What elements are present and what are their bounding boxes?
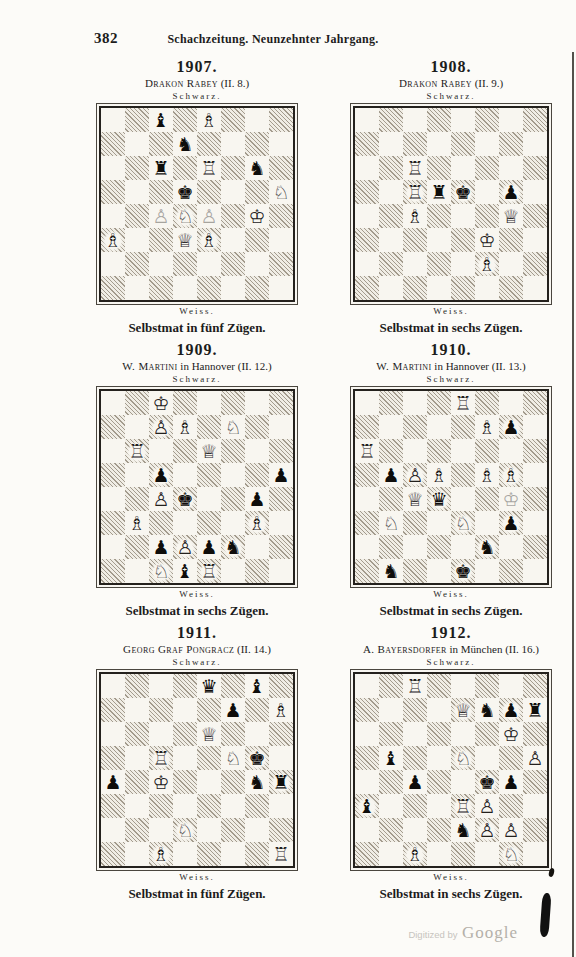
board-square [427,228,451,252]
board-square [427,559,451,583]
board-square [475,559,499,583]
board-square [523,252,547,276]
problem-number: 1908. [431,58,472,76]
board-square [403,252,427,276]
board-square [427,674,451,698]
board-square [101,794,125,818]
white-rook-piece: ♖ [451,391,475,415]
board-square [451,722,475,746]
board-square [403,511,427,535]
board-square [355,487,379,511]
white-side-label: Weiss. [433,872,469,883]
board-square: ♖ [355,439,379,463]
white-queen-piece: ♕ [451,698,475,722]
board-square [427,818,451,842]
board-square: ♕ [403,487,427,511]
board-square [523,818,547,842]
black-side-label: Schwarz. [426,91,475,102]
board-square: ♟ [379,463,403,487]
board-square [403,415,427,439]
board-square [403,746,427,770]
author-rest: in Hannover (II. 12.) [180,360,271,372]
board-square: ♖ [197,559,221,583]
board-square: ♔ [149,391,173,415]
black-knight-piece: ♞ [451,818,475,842]
board-square [245,818,269,842]
white-side-label: Weiss. [433,306,469,317]
board-square [427,391,451,415]
black-pawn-piece: ♟ [245,487,269,511]
board-square: ♘ [221,415,245,439]
scanned-page: 382 Schachzeitung. Neunzehnter Jahrgang.… [0,0,576,957]
board-square: ♗ [475,463,499,487]
scan-edge-artifact [572,52,574,957]
board-square [523,228,547,252]
board-square: ♗ [245,511,269,535]
white-pawn-piece: ♙ [149,415,173,439]
board-square [125,276,149,300]
problem-1910: 1910. W. Martini in Hannover (II. 13.) S… [342,341,560,620]
board-square [403,559,427,583]
ink-streak-artifact [539,893,551,938]
white-rook-piece: ♖ [403,674,427,698]
board-square: ♛ [197,674,221,698]
board-square [379,698,403,722]
board-square: ♘ [451,511,475,535]
board-square [173,252,197,276]
board-square [221,770,245,794]
board-square [475,674,499,698]
board-square: ♗ [101,228,125,252]
board-square [475,108,499,132]
chess-board-frame: ♝♗♞♜♖♞♚♘♙♘♙♔♗♕♗ [96,103,298,305]
board-square: ♗ [197,108,221,132]
board-square [221,818,245,842]
board-square [355,842,379,866]
black-pawn-piece: ♟ [149,535,173,559]
page-title: Schachzeitung. Neunzehnter Jahrgang. [0,32,546,47]
board-square [101,535,125,559]
white-knight-piece: ♘ [499,842,523,866]
board-square [125,842,149,866]
white-side-label: Weiss. [433,589,469,600]
board-square [379,487,403,511]
board-square: ♙ [197,204,221,228]
white-bishop-piece: ♗ [403,842,427,866]
board-square [427,108,451,132]
black-bishop-piece: ♝ [149,108,173,132]
chess-board: ♛♝♟♗♕♖♘♚♟♔♞♜♘♗♖ [99,672,295,868]
chess-board-frame: ♔♙♗♘♖♕♟♟♙♚♟♗♗♟♙♟♞♘♝♖ [96,386,298,588]
board-square: ♟ [197,535,221,559]
board-square [355,252,379,276]
board-square [269,487,293,511]
board-square: ♗ [149,842,173,866]
board-square [101,132,125,156]
board-square: ♚ [173,487,197,511]
problems-grid: 1907. Drakon Rabey (II. 8.) Schwarz. ♝♗♞… [88,58,540,903]
board-square [221,842,245,866]
board-square [427,842,451,866]
board-square [499,746,523,770]
board-square [355,415,379,439]
board-square [101,391,125,415]
board-square [427,722,451,746]
board-square [451,487,475,511]
board-square: ♙ [523,746,547,770]
board-square: ♘ [451,746,475,770]
board-square: ♘ [173,204,197,228]
board-square [149,276,173,300]
board-square [499,108,523,132]
black-bishop-piece: ♝ [245,674,269,698]
white-pawn-piece: ♙ [149,204,173,228]
board-square: ♕ [197,722,221,746]
black-side-label: Schwarz. [426,657,475,668]
black-knight-piece: ♞ [475,698,499,722]
board-square [379,252,403,276]
board-square [101,511,125,535]
board-square [523,559,547,583]
board-square [197,276,221,300]
board-square [245,108,269,132]
board-square [125,132,149,156]
board-square [221,463,245,487]
board-square [451,132,475,156]
white-side-label: Weiss. [179,872,215,883]
board-square [197,511,221,535]
board-square [451,463,475,487]
author-name: W. Martini [376,360,431,372]
chess-board-frame: ♛♝♟♗♕♖♘♚♟♔♞♜♘♗♖ [96,669,298,871]
board-square [523,487,547,511]
board-square [269,204,293,228]
board-square [523,722,547,746]
board-square [355,228,379,252]
board-square [451,108,475,132]
board-square [355,746,379,770]
board-square [379,722,403,746]
board-square [173,463,197,487]
board-square [173,794,197,818]
author-name: A. Bayersdorfer [363,643,447,655]
white-pawn-piece: ♙ [499,818,523,842]
board-square [245,722,269,746]
board-square [149,439,173,463]
white-knight-piece: ♘ [379,511,403,535]
board-square [355,391,379,415]
board-square: ♔ [245,204,269,228]
board-square [125,674,149,698]
black-pawn-piece: ♟ [149,463,173,487]
board-square: ♝ [379,746,403,770]
board-square [427,698,451,722]
board-square [221,439,245,463]
board-square: ♖ [403,674,427,698]
board-square [221,276,245,300]
board-square: ♜ [427,180,451,204]
board-square [475,180,499,204]
white-queen-piece: ♕ [499,204,523,228]
board-square [355,674,379,698]
board-square [221,511,245,535]
board-square [403,698,427,722]
board-square [355,770,379,794]
board-square: ♖ [149,746,173,770]
board-square [451,252,475,276]
board-square: ♜ [269,770,293,794]
board-square [403,818,427,842]
white-bishop-piece: ♗ [475,252,499,276]
board-square [355,722,379,746]
board-square [451,535,475,559]
white-bishop-piece: ♗ [269,698,293,722]
board-square: ♟ [499,180,523,204]
board-square [197,132,221,156]
board-square [173,439,197,463]
board-square [523,391,547,415]
board-square [245,842,269,866]
board-square [173,276,197,300]
board-square [269,108,293,132]
board-square [149,698,173,722]
board-square [427,132,451,156]
chess-board-frame: ♖♖♜♚♟♗♕♔♗ [350,103,552,305]
board-square [379,794,403,818]
board-square [197,818,221,842]
board-square [379,674,403,698]
board-square [149,511,173,535]
watermark-prefix: Digitized by [408,929,457,940]
white-rook-piece: ♖ [403,156,427,180]
board-square [173,108,197,132]
board-square [125,391,149,415]
board-square [475,722,499,746]
board-square [125,487,149,511]
board-square [197,698,221,722]
chess-board: ♖♗♟♖♟♙♗♗♗♕♛♔♘♘♟♞♞♚ [353,389,549,585]
white-bishop-piece: ♗ [475,415,499,439]
board-square: ♕ [451,698,475,722]
black-pawn-piece: ♟ [197,535,221,559]
white-bishop-piece: ♗ [499,463,523,487]
board-square [355,132,379,156]
board-square [173,698,197,722]
board-square [379,156,403,180]
board-square [245,559,269,583]
board-square [221,559,245,583]
black-rook-piece: ♜ [427,180,451,204]
board-square [245,463,269,487]
board-square [403,132,427,156]
board-square: ♔ [475,228,499,252]
board-square [125,180,149,204]
white-bishop-piece: ♗ [475,463,499,487]
google-logo: Google [462,923,518,942]
board-square [523,674,547,698]
board-square: ♞ [475,698,499,722]
problem-author: A. Bayersdorfer in München (II. 16.) [363,642,539,657]
board-square: ♟ [403,770,427,794]
board-square [101,698,125,722]
board-square: ♗ [475,415,499,439]
board-square [451,439,475,463]
black-pawn-piece: ♟ [221,698,245,722]
board-square [173,156,197,180]
board-square [101,722,125,746]
white-knight-piece: ♘ [269,180,293,204]
board-square: ♗ [173,415,197,439]
black-bishop-piece: ♝ [355,794,379,818]
board-square [125,698,149,722]
board-square: ♙ [149,204,173,228]
author-rest: (II. 8.) [221,77,249,89]
board-square: ♘ [379,511,403,535]
white-knight-piece: ♘ [221,415,245,439]
white-bishop-piece: ♗ [427,463,451,487]
board-square [101,415,125,439]
board-square [355,108,379,132]
board-square [125,204,149,228]
board-square: ♖ [125,439,149,463]
problem-number: 1911. [177,624,217,642]
board-square [403,391,427,415]
board-square [427,746,451,770]
board-square [149,794,173,818]
board-square [269,391,293,415]
problem-1911: 1911. Georg Graf Pongracz (II. 14.) Schw… [88,624,306,903]
white-knight-piece: ♘ [173,818,197,842]
board-square: ♖ [269,842,293,866]
board-square: ♗ [197,228,221,252]
board-square [197,746,221,770]
board-square [427,794,451,818]
white-king-piece: ♔ [499,487,523,511]
board-square [403,439,427,463]
white-bishop-piece: ♗ [125,511,149,535]
board-square [451,156,475,180]
board-square [125,463,149,487]
board-square: ♙ [475,794,499,818]
board-square [173,842,197,866]
board-square [355,156,379,180]
board-square: ♞ [173,132,197,156]
board-square [125,746,149,770]
board-square: ♘ [173,818,197,842]
board-square: ♘ [221,746,245,770]
chess-board: ♝♗♞♜♖♞♚♘♙♘♙♔♗♕♗ [99,106,295,302]
board-square [221,132,245,156]
board-square [475,439,499,463]
board-square [125,415,149,439]
problem-author: W. Martini in Hannover (II. 12.) [122,359,271,374]
board-square: ♚ [173,180,197,204]
board-square [269,132,293,156]
white-pawn-piece: ♙ [173,535,197,559]
board-square [101,156,125,180]
chess-board-frame: ♖♗♟♖♟♙♗♗♗♕♛♔♘♘♟♞♞♚ [350,386,552,588]
board-square [523,156,547,180]
board-square [125,722,149,746]
board-square [245,252,269,276]
board-square: ♔ [499,722,523,746]
black-king-piece: ♚ [451,180,475,204]
board-square [379,276,403,300]
black-side-label: Schwarz. [172,91,221,102]
board-square: ♜ [523,698,547,722]
board-square [499,228,523,252]
board-square: ♟ [221,698,245,722]
board-square: ♟ [499,770,523,794]
author-rest: in Hannover (II. 13.) [434,360,525,372]
board-square [221,674,245,698]
black-queen-piece: ♛ [197,674,221,698]
board-square [379,132,403,156]
board-square [269,276,293,300]
board-square [499,794,523,818]
white-queen-piece: ♕ [197,439,221,463]
board-square [221,722,245,746]
stipulation-caption: Selbstmat in sechs Zügen. [379,319,522,337]
board-square [379,818,403,842]
board-square: ♙ [499,818,523,842]
board-square: ♞ [451,818,475,842]
board-square: ♞ [245,156,269,180]
board-square [149,180,173,204]
author-name: W. Martini [122,360,177,372]
board-square [125,252,149,276]
problem-number: 1910. [431,341,472,359]
white-knight-piece: ♘ [221,746,245,770]
white-rook-piece: ♖ [125,439,149,463]
board-square [355,559,379,583]
white-king-piece: ♔ [149,391,173,415]
board-square: ♘ [499,842,523,866]
author-name: Drakon Rabey [145,77,218,89]
board-square [269,794,293,818]
white-rook-piece: ♖ [149,746,173,770]
board-square [197,794,221,818]
black-pawn-piece: ♟ [499,770,523,794]
board-square [149,228,173,252]
black-pawn-piece: ♟ [269,463,293,487]
white-knight-piece: ♘ [149,559,173,583]
board-square [221,391,245,415]
board-square [149,722,173,746]
board-square: ♝ [245,674,269,698]
white-bishop-piece: ♗ [197,108,221,132]
white-bishop-piece: ♗ [197,228,221,252]
stipulation-caption: Selbstmat in fünf Zügen. [128,319,265,337]
author-name: Georg Graf Pongracz [123,643,234,655]
board-square [101,487,125,511]
black-king-piece: ♚ [451,559,475,583]
problem-number: 1907. [177,58,218,76]
board-square: ♙ [149,415,173,439]
board-square: ♗ [403,842,427,866]
board-square [523,276,547,300]
white-king-piece: ♔ [499,722,523,746]
board-square [269,439,293,463]
board-square [101,463,125,487]
white-queen-piece: ♕ [173,228,197,252]
black-pawn-piece: ♟ [499,698,523,722]
black-king-piece: ♚ [173,487,197,511]
board-square [523,415,547,439]
board-square [173,722,197,746]
board-square: ♝ [355,794,379,818]
board-square [221,252,245,276]
